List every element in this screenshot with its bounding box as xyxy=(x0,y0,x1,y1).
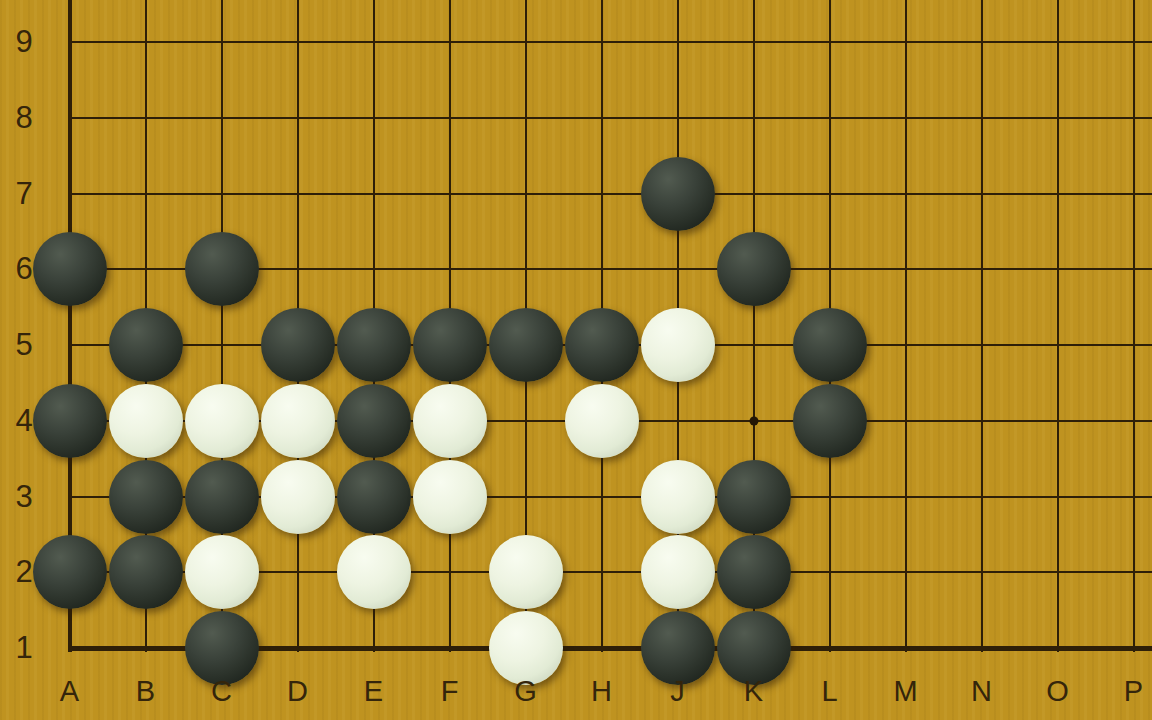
row-label-2: 2 xyxy=(15,554,32,590)
column-label-D: D xyxy=(287,675,309,708)
go-board-screenshot: ABCDEFGHJKLMNOP987654321 xyxy=(0,0,1152,720)
column-label-H: H xyxy=(591,675,613,708)
column-label-E: E xyxy=(364,675,384,708)
column-label-J: J xyxy=(670,675,686,708)
column-label-C: C xyxy=(211,675,233,708)
column-label-N: N xyxy=(971,675,993,708)
column-label-B: B xyxy=(136,675,156,708)
row-label-6: 6 xyxy=(15,251,32,287)
row-label-4: 4 xyxy=(15,403,32,439)
row-label-1: 1 xyxy=(15,630,32,666)
row-label-3: 3 xyxy=(15,479,32,515)
column-label-P: P xyxy=(1124,675,1144,708)
column-label-A: A xyxy=(60,675,80,708)
row-label-5: 5 xyxy=(15,327,32,363)
column-label-F: F xyxy=(441,675,460,708)
column-label-L: L xyxy=(821,675,838,708)
column-label-G: G xyxy=(514,675,538,708)
column-label-K: K xyxy=(744,675,764,708)
row-label-8: 8 xyxy=(15,100,32,136)
column-label-O: O xyxy=(1046,675,1070,708)
column-label-M: M xyxy=(893,675,918,708)
coordinate-labels-layer: ABCDEFGHJKLMNOP987654321 xyxy=(0,0,1152,720)
row-label-9: 9 xyxy=(15,24,32,60)
row-label-7: 7 xyxy=(15,176,32,212)
